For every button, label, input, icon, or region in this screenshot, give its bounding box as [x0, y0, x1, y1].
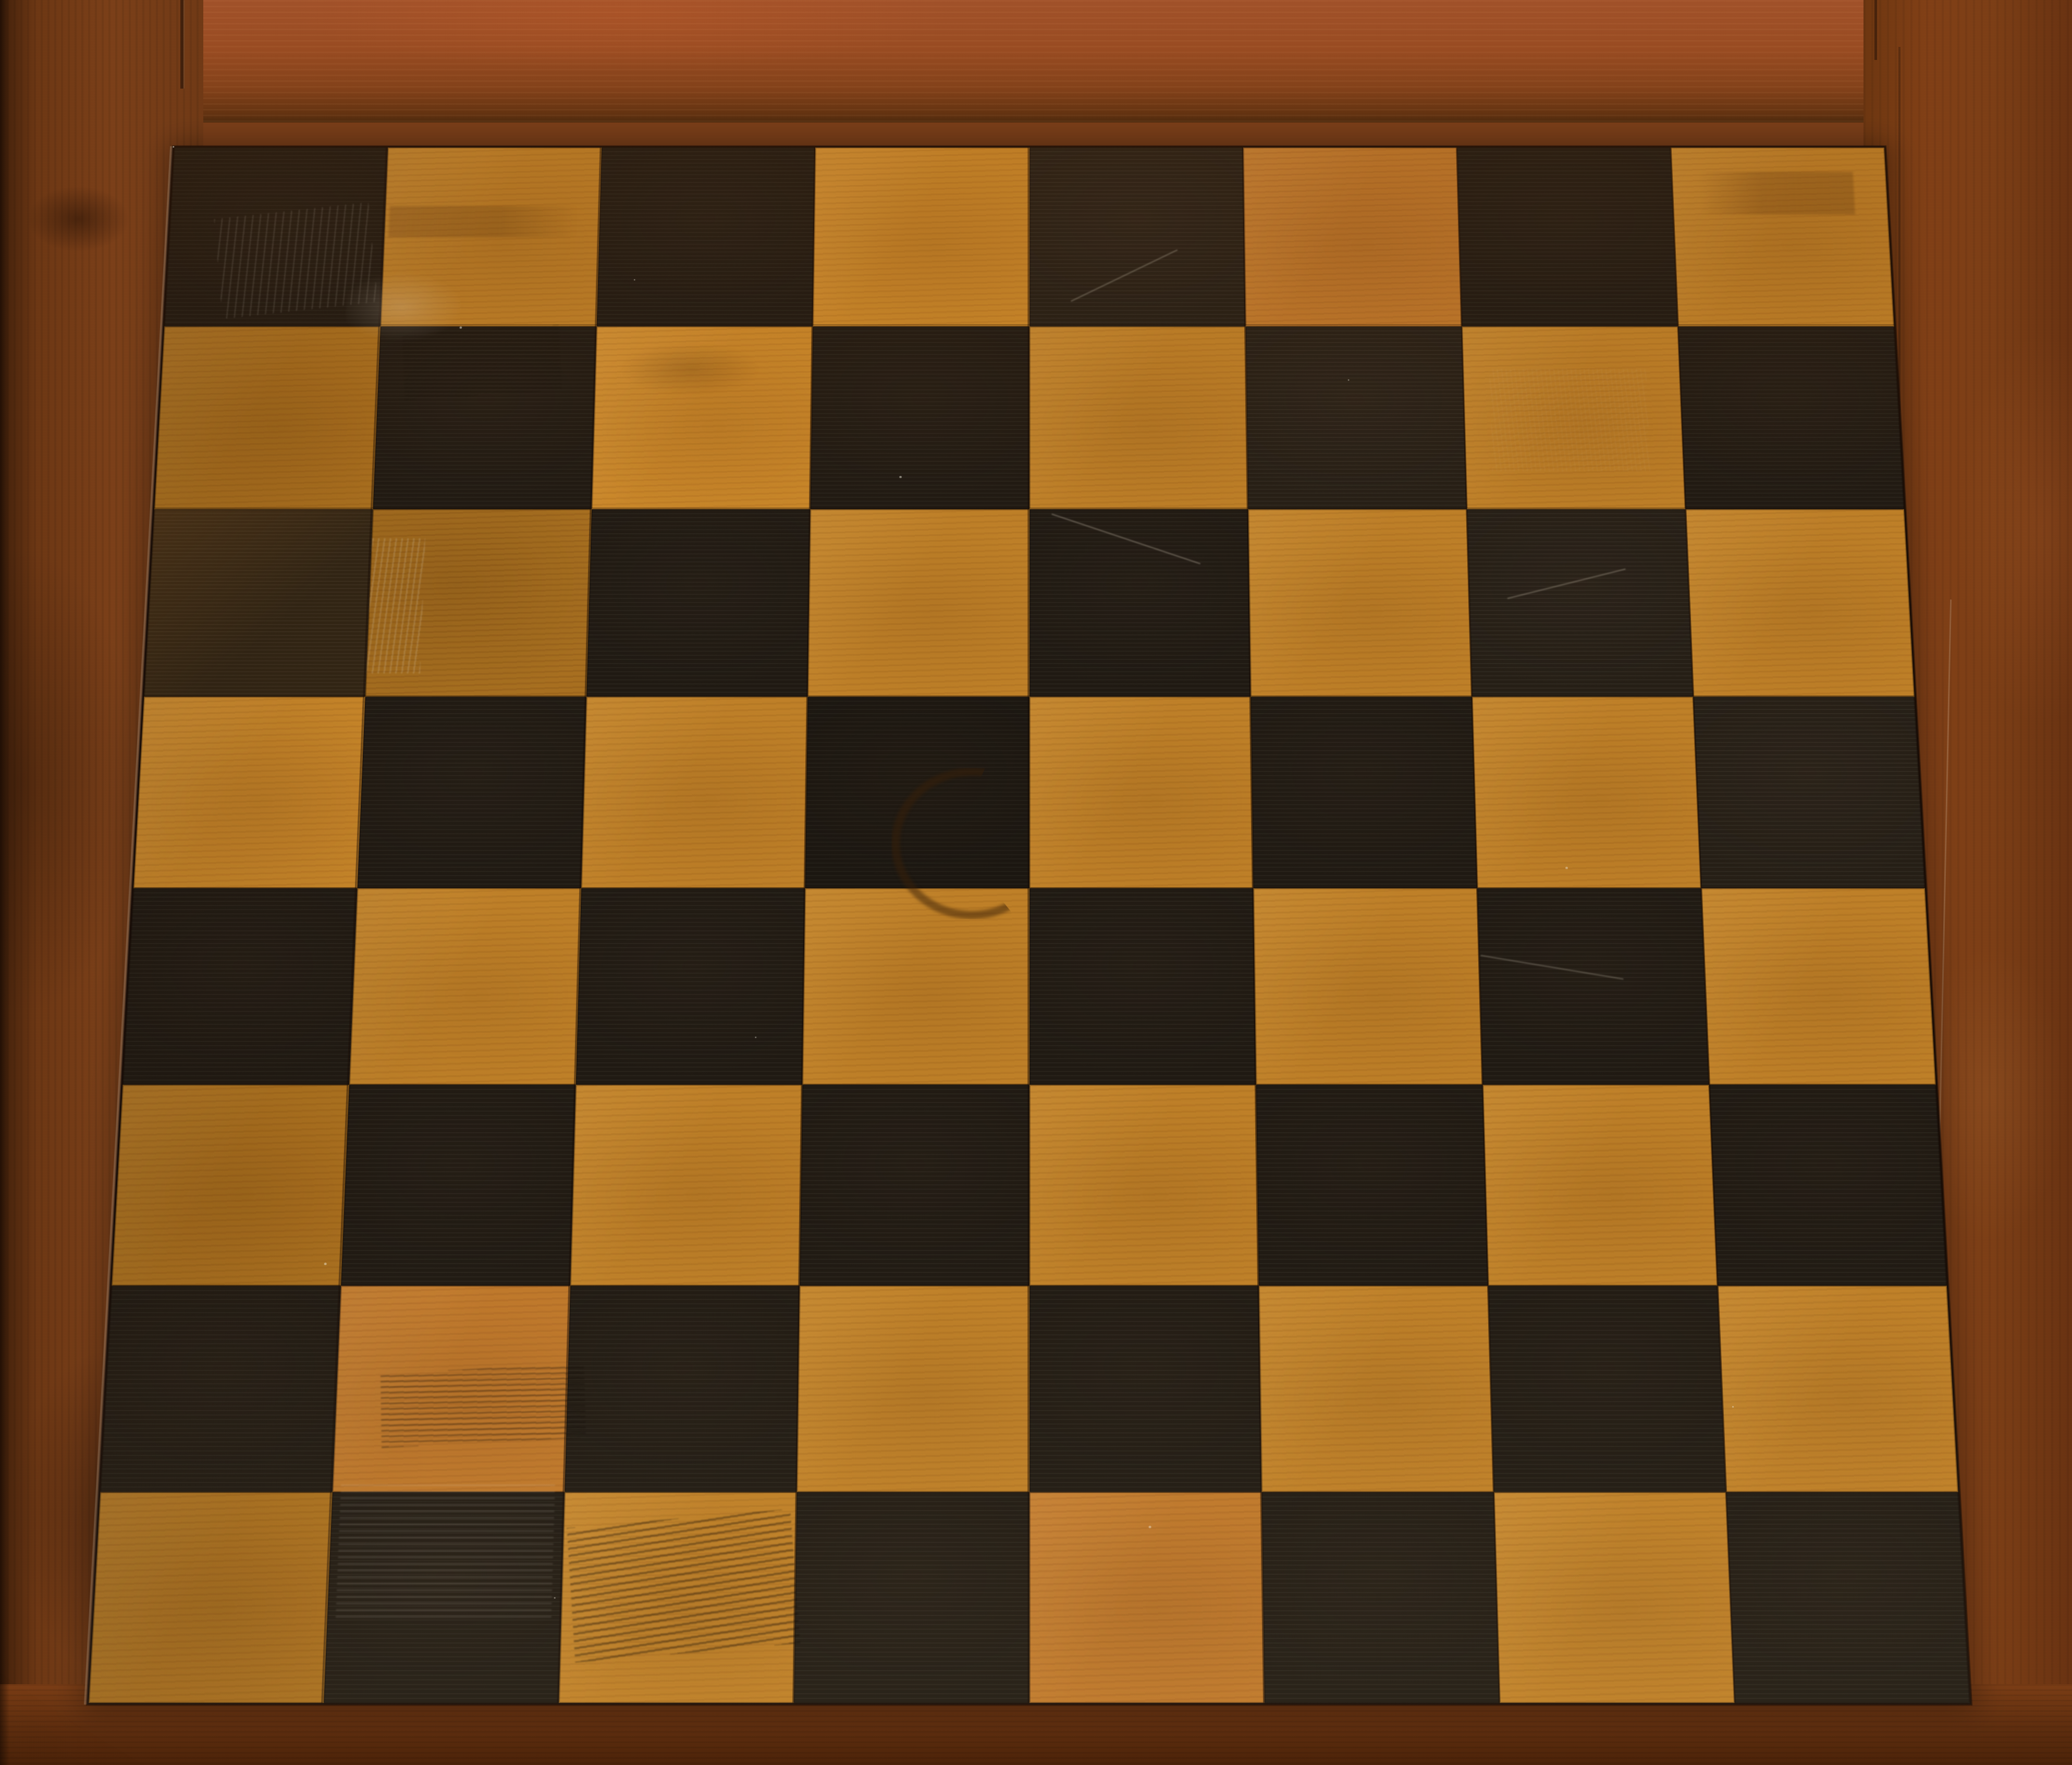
square-r2c2 — [373, 326, 597, 509]
square-r6c8 — [1709, 1085, 1947, 1286]
game-board — [87, 146, 1971, 1705]
square-r2c1 — [154, 326, 381, 509]
square-r7c7 — [1488, 1285, 1726, 1491]
square-r6c5 — [1029, 1085, 1259, 1286]
square-r4c8 — [1693, 696, 1925, 888]
square-r8c5 — [1029, 1492, 1265, 1703]
square-r4c1 — [133, 696, 365, 888]
square-r5c4 — [803, 888, 1029, 1085]
square-r2c3 — [592, 326, 813, 509]
square-r2c5 — [1029, 326, 1248, 509]
square-r7c5 — [1029, 1285, 1262, 1491]
square-r5c8 — [1701, 888, 1935, 1085]
square-r3c2 — [365, 509, 592, 696]
square-r1c5 — [1029, 148, 1246, 326]
square-r1c8 — [1671, 148, 1894, 326]
square-r1c4 — [813, 148, 1029, 326]
square-r6c6 — [1256, 1085, 1488, 1286]
square-r2c4 — [811, 326, 1029, 509]
square-r5c1 — [122, 888, 357, 1085]
frame-seam — [180, 0, 183, 89]
square-r5c6 — [1253, 888, 1482, 1085]
board-perspective-wrap — [87, 146, 1971, 1705]
square-r8c2 — [324, 1492, 565, 1703]
square-r4c5 — [1029, 696, 1254, 888]
square-r7c2 — [333, 1285, 570, 1491]
square-r7c1 — [100, 1285, 341, 1491]
photo-antique-chessboard: { "game": "chess / checkers (draughts) b… — [0, 0, 2072, 1765]
square-r6c2 — [341, 1085, 576, 1286]
square-r4c4 — [805, 696, 1029, 888]
square-r2c8 — [1678, 326, 1904, 509]
square-r2c6 — [1245, 326, 1466, 509]
square-r7c8 — [1718, 1285, 1958, 1491]
square-r5c3 — [576, 888, 805, 1085]
square-r1c1 — [164, 148, 388, 326]
square-r8c6 — [1261, 1492, 1500, 1703]
square-r4c7 — [1472, 696, 1701, 888]
square-r3c3 — [586, 509, 810, 696]
square-r1c7 — [1457, 148, 1678, 326]
square-r8c4 — [794, 1492, 1029, 1703]
frame-top-plank — [0, 0, 2072, 122]
square-r4c2 — [358, 696, 587, 888]
square-r4c6 — [1250, 696, 1477, 888]
frame-edge-shadow — [0, 0, 9, 1765]
frame-seam — [1874, 0, 1877, 60]
square-r5c7 — [1477, 888, 1709, 1085]
frame-seam — [1898, 47, 1901, 412]
square-r3c6 — [1248, 509, 1472, 696]
square-r7c4 — [797, 1285, 1029, 1491]
square-r8c3 — [559, 1492, 797, 1703]
square-r3c5 — [1029, 509, 1251, 696]
square-r3c7 — [1467, 509, 1693, 696]
square-r5c2 — [349, 888, 581, 1085]
square-r6c1 — [112, 1085, 349, 1286]
square-r6c4 — [800, 1085, 1029, 1286]
square-r3c1 — [144, 509, 373, 696]
square-r8c8 — [1726, 1492, 1970, 1703]
square-r4c3 — [581, 696, 808, 888]
square-r8c7 — [1494, 1492, 1735, 1703]
square-r3c8 — [1685, 509, 1914, 696]
square-r8c1 — [89, 1492, 333, 1703]
square-r7c3 — [565, 1285, 800, 1491]
square-r6c7 — [1482, 1085, 1718, 1286]
square-r1c2 — [381, 148, 602, 326]
square-r7c6 — [1259, 1285, 1494, 1491]
square-r6c3 — [570, 1085, 802, 1286]
square-r1c3 — [597, 148, 816, 326]
square-r3c4 — [808, 509, 1029, 696]
square-r5c5 — [1029, 888, 1256, 1085]
square-r2c7 — [1462, 326, 1685, 509]
square-r1c6 — [1243, 148, 1462, 326]
